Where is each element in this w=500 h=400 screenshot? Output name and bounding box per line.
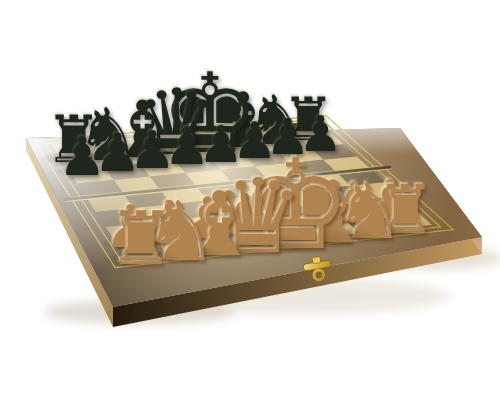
- chess-set-photo: ♜♞♝♚♟♛♟♝♟♞♟♜♟♟♟♟♟♟♟♟♜♟♞♟♝♟♚♟♛♝♞♜: [0, 0, 500, 400]
- folding-chessboard: [0, 0, 500, 400]
